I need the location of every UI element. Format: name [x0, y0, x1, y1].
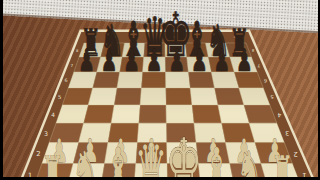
rank-label-right-2: 2: [293, 150, 297, 158]
piece-white-rook-a1: ♜: [41, 147, 63, 180]
piece-black-pawn-a7: ♟: [78, 42, 95, 78]
piece-black-pawn-e7: ♟: [168, 42, 185, 78]
piece-white-knight-g1: ♞: [236, 141, 262, 180]
rank-label-right-4: 4: [277, 112, 281, 118]
piece-black-pawn-c7: ♟: [123, 42, 140, 78]
rank-label-right-7: 7: [257, 63, 260, 68]
rank-label-right-3: 3: [285, 130, 289, 137]
piece-black-pawn-h7: ♟: [236, 42, 253, 78]
piece-black-pawn-b7: ♟: [100, 42, 117, 78]
rank-label-left-6: 6: [64, 78, 67, 83]
rank-label-left-3: 3: [44, 130, 48, 137]
piece-white-bishop-c1: ♝: [104, 137, 133, 180]
rank-label-left-2: 2: [36, 150, 40, 158]
letterbox-bottom: [0, 177, 320, 180]
piece-black-pawn-g7: ♟: [213, 42, 230, 78]
piece-white-king-e1: ♚: [166, 125, 202, 180]
rank-label-left-4: 4: [51, 112, 55, 118]
rank-label-left-5: 5: [58, 94, 61, 100]
piece-white-bishop-f1: ♝: [202, 137, 231, 180]
piece-white-rook-h1: ♜: [271, 147, 293, 180]
scene-photo: 8877665544332211abcdefgh♜♞♝♛♚♝♞♜♟♟♟♟♟♟♟♟…: [0, 0, 320, 180]
chess-board: 8877665544332211abcdefgh♜♞♝♛♚♝♞♜♟♟♟♟♟♟♟♟…: [0, 0, 320, 180]
piece-black-pawn-d7: ♟: [146, 42, 163, 78]
letterbox-left: [0, 0, 3, 180]
rank-label-right-6: 6: [264, 78, 267, 83]
piece-black-pawn-f7: ♟: [191, 42, 208, 78]
rank-label-right-5: 5: [270, 94, 273, 100]
rank-label-left-7: 7: [70, 63, 73, 68]
piece-white-queen-d1: ♛: [135, 131, 167, 180]
piece-white-knight-b1: ♞: [72, 141, 98, 180]
